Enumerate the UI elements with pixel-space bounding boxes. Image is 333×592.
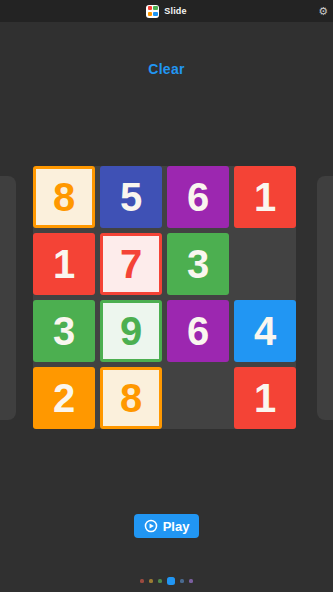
logo-tile-orange [148, 12, 152, 16]
logo-tile-green [153, 6, 157, 10]
tile-3-r1c2[interactable]: 3 [167, 233, 229, 295]
empty-cell [234, 233, 296, 295]
page-dot-2[interactable] [149, 579, 153, 583]
page-dot-3[interactable] [158, 579, 162, 583]
tile-6-r0c2[interactable]: 6 [167, 166, 229, 228]
logo-tile-red [148, 6, 152, 10]
tile-2-r3c0[interactable]: 2 [33, 367, 95, 429]
tile-9-r2c1[interactable]: 9 [100, 300, 162, 362]
header-title-group: Slide [146, 5, 187, 18]
tile-1-r1c0[interactable]: 1 [33, 233, 95, 295]
page-dots [0, 577, 333, 585]
tile-8-r3c1[interactable]: 8 [100, 367, 162, 429]
tile-8-r0c0[interactable]: 8 [33, 166, 95, 228]
clear-row: Clear [0, 55, 333, 83]
tile-1-r0c3[interactable]: 1 [234, 166, 296, 228]
app-screen: Slide ⚙ Clear 85611733964281 Play [0, 0, 333, 592]
tile-4-r2c3[interactable]: 4 [234, 300, 296, 362]
page-dot-5[interactable] [180, 579, 184, 583]
app-header: Slide ⚙ [0, 0, 333, 22]
page-dot-1[interactable] [140, 579, 144, 583]
prev-board-preview[interactable] [0, 176, 16, 420]
play-button-label: Play [163, 519, 190, 534]
app-title: Slide [164, 6, 187, 16]
puzzle-board: 85611733964281 [33, 166, 296, 429]
gear-icon[interactable]: ⚙ [318, 0, 328, 22]
logo-tile-blue [153, 12, 157, 16]
play-circle-icon [144, 519, 158, 533]
clear-button[interactable]: Clear [138, 55, 195, 83]
page-dot-6[interactable] [189, 579, 193, 583]
tile-3-r2c0[interactable]: 3 [33, 300, 95, 362]
tile-5-r0c1[interactable]: 5 [100, 166, 162, 228]
play-button[interactable]: Play [134, 514, 200, 538]
empty-cell [167, 367, 229, 429]
tile-1-r3c3[interactable]: 1 [234, 367, 296, 429]
next-board-preview[interactable] [317, 176, 333, 420]
tile-7-r1c1[interactable]: 7 [100, 233, 162, 295]
page-dot-active[interactable] [167, 577, 175, 585]
tile-6-r2c2[interactable]: 6 [167, 300, 229, 362]
play-row: Play [0, 514, 333, 538]
slide-logo-icon [146, 5, 159, 18]
